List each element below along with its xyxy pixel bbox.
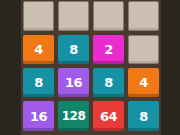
empty-cell xyxy=(23,1,54,31)
tile-16: 16 xyxy=(23,101,54,131)
tile-128: 128 xyxy=(58,101,89,131)
tile-8: 8 xyxy=(58,35,89,64)
tile-4: 4 xyxy=(128,68,159,97)
tile-2: 2 xyxy=(93,35,124,64)
2048-board[interactable]: 4828168416128648 xyxy=(21,0,161,135)
game-screen: 4828168416128648 xyxy=(0,0,180,135)
tile-8: 8 xyxy=(93,68,124,97)
tile-8: 8 xyxy=(128,101,159,131)
tile-4: 4 xyxy=(23,35,54,64)
empty-cell xyxy=(128,1,159,31)
tile-8: 8 xyxy=(23,68,54,97)
tile-16: 16 xyxy=(58,68,89,97)
tile-64: 64 xyxy=(93,101,124,131)
empty-cell xyxy=(128,35,159,64)
empty-cell xyxy=(93,1,124,31)
empty-cell xyxy=(58,1,89,31)
